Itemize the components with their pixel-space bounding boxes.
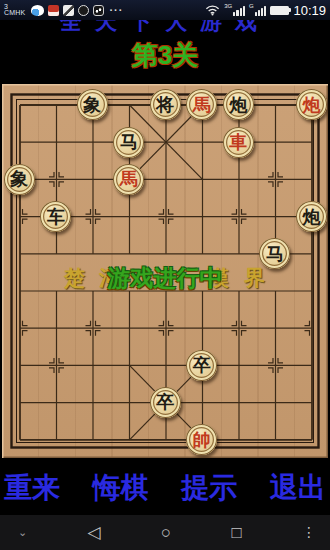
battery-icon (270, 6, 289, 15)
app-notification-icon (48, 5, 59, 16)
carrier-badge: 3 CMHK (4, 4, 25, 16)
game-notification-icon (93, 5, 104, 16)
undo-button[interactable]: 悔棋 (93, 462, 149, 514)
hint-button[interactable]: 提示 (181, 462, 237, 514)
signal-3g-icon: 3G (224, 4, 245, 16)
nav-more-icon[interactable]: ⋮ (302, 524, 316, 541)
weather-notification-icon (31, 5, 44, 16)
level-title: 第3关 (0, 38, 330, 73)
xiangqi-board[interactable]: 楚 河 漢 界 游戏进行中 象将馬炮炮马車象馬车炮马卒卒帥 (2, 84, 328, 458)
piece-black-horse[interactable]: 马 (113, 127, 144, 158)
restart-button[interactable]: 重来 (4, 462, 60, 514)
piece-black-cannon[interactable]: 炮 (223, 89, 254, 120)
toolbar: 重来悔棋提示退出 (0, 462, 330, 514)
app-title: 全天下大游戏 (0, 20, 330, 34)
piece-red-general[interactable]: 帥 (186, 424, 217, 455)
piece-black-elephant[interactable]: 象 (4, 164, 35, 195)
piece-red-horse[interactable]: 馬 (113, 164, 144, 195)
piece-black-elephant[interactable]: 象 (77, 89, 108, 120)
status-bar: 3 CMHK ··· 3G G (0, 0, 330, 20)
nav-recents-icon[interactable]: □ (231, 524, 241, 541)
nav-back-icon[interactable]: ◁ (88, 524, 101, 541)
piece-red-horse[interactable]: 馬 (186, 89, 217, 120)
exit-button[interactable]: 退出 (270, 462, 326, 514)
piece-red-chariot[interactable]: 車 (223, 127, 254, 158)
piece-black-chariot[interactable]: 车 (40, 201, 71, 232)
piece-black-soldier[interactable]: 卒 (186, 350, 217, 381)
piece-black-soldier[interactable]: 卒 (150, 387, 181, 418)
game-status-text: 游戏进行中 (2, 263, 328, 294)
wifi-icon (205, 4, 220, 16)
nav-hide-icon[interactable]: ⌄ (18, 524, 27, 541)
piece-red-cannon[interactable]: 炮 (296, 89, 327, 120)
more-notifications-icon: ··· (109, 4, 123, 16)
gallery-notification-icon (63, 5, 74, 16)
signal-g-icon: G (249, 4, 266, 16)
phone-screen: 3 CMHK ··· 3G G (0, 0, 330, 550)
android-nav-bar: ⌄◁○□⋮ (0, 515, 330, 550)
clock: 10:19 (293, 3, 326, 18)
piece-black-cannon[interactable]: 炮 (296, 201, 327, 232)
nav-home-icon[interactable]: ○ (161, 524, 171, 541)
piece-black-general[interactable]: 将 (150, 89, 181, 120)
camera-notification-icon (78, 5, 89, 16)
